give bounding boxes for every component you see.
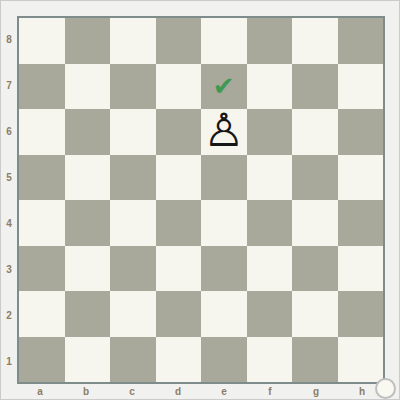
square-h3[interactable] — [338, 246, 384, 292]
square-b4[interactable] — [65, 200, 111, 246]
square-d1[interactable] — [156, 337, 202, 383]
square-d6[interactable] — [156, 109, 202, 155]
square-c5[interactable] — [110, 155, 156, 201]
square-e5[interactable] — [201, 155, 247, 201]
square-h8[interactable] — [338, 18, 384, 64]
rank-label-7: 7 — [1, 62, 17, 108]
square-f6[interactable] — [247, 109, 293, 155]
square-d7[interactable] — [156, 64, 202, 110]
rank-label-5: 5 — [1, 154, 17, 200]
square-g7[interactable] — [292, 64, 338, 110]
file-labels: abcdefgh — [17, 384, 385, 399]
square-b5[interactable] — [65, 155, 111, 201]
square-h4[interactable] — [338, 200, 384, 246]
rank-label-4: 4 — [1, 200, 17, 246]
square-f5[interactable] — [247, 155, 293, 201]
file-label-a: a — [17, 384, 63, 399]
square-h7[interactable] — [338, 64, 384, 110]
square-e7[interactable]: ✔ — [201, 64, 247, 110]
square-b7[interactable] — [65, 64, 111, 110]
square-a4[interactable] — [19, 200, 65, 246]
square-h2[interactable] — [338, 291, 384, 337]
square-e6[interactable]: ♙ — [201, 109, 247, 155]
square-f2[interactable] — [247, 291, 293, 337]
file-label-d: d — [155, 384, 201, 399]
square-h1[interactable] — [338, 337, 384, 383]
rank-label-6: 6 — [1, 108, 17, 154]
square-b1[interactable] — [65, 337, 111, 383]
square-e3[interactable] — [201, 246, 247, 292]
chess-board[interactable]: ✔♙ — [17, 16, 385, 384]
square-g3[interactable] — [292, 246, 338, 292]
square-a5[interactable] — [19, 155, 65, 201]
square-d2[interactable] — [156, 291, 202, 337]
rank-label-3: 3 — [1, 246, 17, 292]
file-label-e: e — [201, 384, 247, 399]
square-g1[interactable] — [292, 337, 338, 383]
square-h6[interactable] — [338, 109, 384, 155]
square-e1[interactable] — [201, 337, 247, 383]
rank-label-8: 8 — [1, 16, 17, 62]
square-f3[interactable] — [247, 246, 293, 292]
rank-label-2: 2 — [1, 292, 17, 338]
square-f1[interactable] — [247, 337, 293, 383]
square-c6[interactable] — [110, 109, 156, 155]
square-g4[interactable] — [292, 200, 338, 246]
square-f8[interactable] — [247, 18, 293, 64]
file-label-b: b — [63, 384, 109, 399]
rank-labels: 87654321 — [1, 16, 17, 384]
square-b3[interactable] — [65, 246, 111, 292]
square-e8[interactable] — [201, 18, 247, 64]
square-g2[interactable] — [292, 291, 338, 337]
square-a6[interactable] — [19, 109, 65, 155]
square-c1[interactable] — [110, 337, 156, 383]
square-b6[interactable] — [65, 109, 111, 155]
square-e2[interactable] — [201, 291, 247, 337]
file-label-f: f — [247, 384, 293, 399]
square-b8[interactable] — [65, 18, 111, 64]
square-d5[interactable] — [156, 155, 202, 201]
square-c7[interactable] — [110, 64, 156, 110]
corner-circle-widget[interactable] — [375, 378, 396, 399]
white-pawn: ♙ — [203, 108, 244, 153]
square-f4[interactable] — [247, 200, 293, 246]
square-a3[interactable] — [19, 246, 65, 292]
square-c4[interactable] — [110, 200, 156, 246]
square-d4[interactable] — [156, 200, 202, 246]
square-h5[interactable] — [338, 155, 384, 201]
square-d3[interactable] — [156, 246, 202, 292]
file-label-g: g — [293, 384, 339, 399]
square-e4[interactable] — [201, 200, 247, 246]
square-c2[interactable] — [110, 291, 156, 337]
square-a7[interactable] — [19, 64, 65, 110]
rank-label-1: 1 — [1, 338, 17, 384]
square-d8[interactable] — [156, 18, 202, 64]
square-a8[interactable] — [19, 18, 65, 64]
square-a2[interactable] — [19, 291, 65, 337]
square-c8[interactable] — [110, 18, 156, 64]
square-g5[interactable] — [292, 155, 338, 201]
square-f7[interactable] — [247, 64, 293, 110]
square-g8[interactable] — [292, 18, 338, 64]
square-b2[interactable] — [65, 291, 111, 337]
file-label-c: c — [109, 384, 155, 399]
correct-checkmark-icon: ✔ — [213, 64, 235, 109]
square-c3[interactable] — [110, 246, 156, 292]
page: 87654321 ✔♙ abcdefgh — [0, 0, 400, 400]
square-a1[interactable] — [19, 337, 65, 383]
square-g6[interactable] — [292, 109, 338, 155]
